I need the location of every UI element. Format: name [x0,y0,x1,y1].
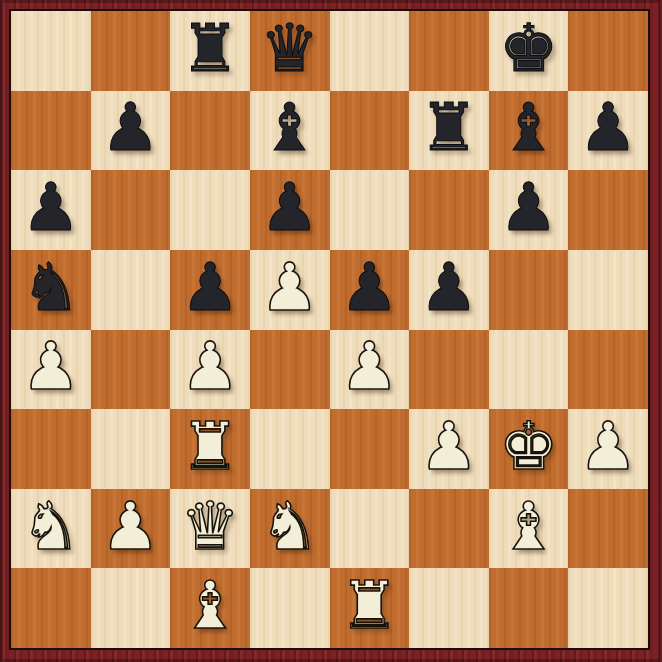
black-knight[interactable]: ♞ [21,255,80,321]
square-g1[interactable] [489,568,569,648]
square-a4[interactable]: ♟ [11,330,91,410]
black-pawn[interactable]: ♟ [419,255,478,321]
white-pawn[interactable]: ♟ [260,255,319,321]
square-e5[interactable]: ♟ [330,250,410,330]
square-d4[interactable] [250,330,330,410]
square-c5[interactable]: ♟ [170,250,250,330]
square-c7[interactable] [170,91,250,171]
black-pawn[interactable]: ♟ [340,255,399,321]
square-e2[interactable] [330,489,410,569]
black-bishop[interactable]: ♝ [499,95,558,161]
square-h1[interactable] [568,568,648,648]
square-a8[interactable] [11,11,91,91]
square-h3[interactable]: ♟ [568,409,648,489]
square-b1[interactable] [91,568,171,648]
square-d3[interactable] [250,409,330,489]
square-g3[interactable]: ♚ [489,409,569,489]
white-queen[interactable]: ♛ [180,494,239,560]
black-pawn[interactable]: ♟ [499,175,558,241]
square-c6[interactable] [170,170,250,250]
black-pawn[interactable]: ♟ [21,175,80,241]
square-f5[interactable]: ♟ [409,250,489,330]
white-pawn[interactable]: ♟ [340,334,399,400]
black-king[interactable]: ♚ [499,16,558,82]
square-d5[interactable]: ♟ [250,250,330,330]
black-queen[interactable]: ♛ [260,16,319,82]
square-e6[interactable] [330,170,410,250]
square-h5[interactable] [568,250,648,330]
square-g6[interactable]: ♟ [489,170,569,250]
chess-board: ♜♛♚♟♝♜♝♟♟♟♟♞♟♟♟♟♟♟♟♜♟♚♟♞♟♛♞♝♝♜ [9,9,650,650]
square-c3[interactable]: ♜ [170,409,250,489]
black-rook[interactable]: ♜ [180,16,239,82]
white-pawn[interactable]: ♟ [21,334,80,400]
square-f6[interactable] [409,170,489,250]
square-f2[interactable] [409,489,489,569]
square-c4[interactable]: ♟ [170,330,250,410]
black-pawn[interactable]: ♟ [180,255,239,321]
square-b8[interactable] [91,11,171,91]
square-h8[interactable] [568,11,648,91]
square-h6[interactable] [568,170,648,250]
square-g4[interactable] [489,330,569,410]
square-h4[interactable] [568,330,648,410]
square-f1[interactable] [409,568,489,648]
square-b2[interactable]: ♟ [91,489,171,569]
square-f3[interactable]: ♟ [409,409,489,489]
black-pawn[interactable]: ♟ [101,95,160,161]
white-knight[interactable]: ♞ [260,494,319,560]
square-g7[interactable]: ♝ [489,91,569,171]
white-knight[interactable]: ♞ [21,494,80,560]
square-b7[interactable]: ♟ [91,91,171,171]
white-rook[interactable]: ♜ [340,573,399,639]
board-frame: ♜♛♚♟♝♜♝♟♟♟♟♞♟♟♟♟♟♟♟♜♟♚♟♞♟♛♞♝♝♜ [0,0,662,662]
square-f8[interactable] [409,11,489,91]
square-b4[interactable] [91,330,171,410]
square-e3[interactable] [330,409,410,489]
square-a5[interactable]: ♞ [11,250,91,330]
square-e4[interactable]: ♟ [330,330,410,410]
square-b3[interactable] [91,409,171,489]
square-c1[interactable]: ♝ [170,568,250,648]
square-d7[interactable]: ♝ [250,91,330,171]
square-d6[interactable]: ♟ [250,170,330,250]
square-h7[interactable]: ♟ [568,91,648,171]
square-a2[interactable]: ♞ [11,489,91,569]
square-g8[interactable]: ♚ [489,11,569,91]
square-e1[interactable]: ♜ [330,568,410,648]
white-pawn[interactable]: ♟ [419,414,478,480]
square-d1[interactable] [250,568,330,648]
square-a1[interactable] [11,568,91,648]
square-a3[interactable] [11,409,91,489]
black-pawn[interactable]: ♟ [260,175,319,241]
white-pawn[interactable]: ♟ [180,334,239,400]
square-d8[interactable]: ♛ [250,11,330,91]
square-e8[interactable] [330,11,410,91]
white-pawn[interactable]: ♟ [101,494,160,560]
square-g5[interactable] [489,250,569,330]
black-rook[interactable]: ♜ [419,95,478,161]
black-bishop[interactable]: ♝ [260,95,319,161]
square-f4[interactable] [409,330,489,410]
white-bishop[interactable]: ♝ [180,573,239,639]
square-c2[interactable]: ♛ [170,489,250,569]
square-f7[interactable]: ♜ [409,91,489,171]
square-a6[interactable]: ♟ [11,170,91,250]
square-b6[interactable] [91,170,171,250]
square-e7[interactable] [330,91,410,171]
square-a7[interactable] [11,91,91,171]
square-c8[interactable]: ♜ [170,11,250,91]
square-g2[interactable]: ♝ [489,489,569,569]
white-king[interactable]: ♚ [499,414,558,480]
white-rook[interactable]: ♜ [180,414,239,480]
square-d2[interactable]: ♞ [250,489,330,569]
square-h2[interactable] [568,489,648,569]
black-pawn[interactable]: ♟ [579,95,638,161]
white-bishop[interactable]: ♝ [499,494,558,560]
square-b5[interactable] [91,250,171,330]
white-pawn[interactable]: ♟ [579,414,638,480]
